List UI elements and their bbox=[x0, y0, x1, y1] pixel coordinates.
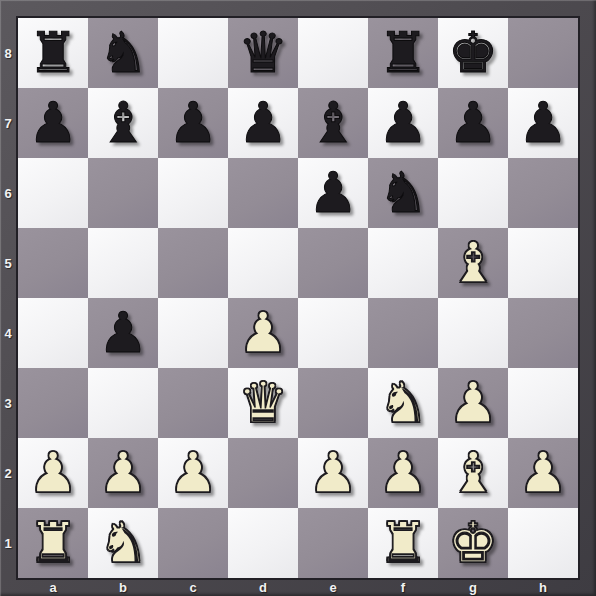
square-f1[interactable]: ♜ bbox=[368, 508, 438, 578]
square-g3[interactable]: ♟ bbox=[438, 368, 508, 438]
file-label-c: c bbox=[158, 578, 228, 596]
square-b6[interactable] bbox=[88, 158, 158, 228]
square-d4[interactable]: ♟ bbox=[228, 298, 298, 368]
piece-black-pawn[interactable]: ♟ bbox=[518, 88, 568, 158]
square-b7[interactable]: ♝ bbox=[88, 88, 158, 158]
rank-label-8: 8 bbox=[0, 18, 16, 88]
square-c2[interactable]: ♟ bbox=[158, 438, 228, 508]
square-c1[interactable] bbox=[158, 508, 228, 578]
piece-black-pawn[interactable]: ♟ bbox=[98, 298, 148, 368]
square-g4[interactable] bbox=[438, 298, 508, 368]
piece-white-bishop[interactable]: ♝ bbox=[448, 228, 498, 298]
square-a6[interactable] bbox=[18, 158, 88, 228]
square-f8[interactable]: ♜ bbox=[368, 18, 438, 88]
square-h8[interactable] bbox=[508, 18, 578, 88]
square-g1[interactable]: ♚ bbox=[438, 508, 508, 578]
square-e1[interactable] bbox=[298, 508, 368, 578]
square-h2[interactable]: ♟ bbox=[508, 438, 578, 508]
square-b2[interactable]: ♟ bbox=[88, 438, 158, 508]
square-h1[interactable] bbox=[508, 508, 578, 578]
square-a3[interactable] bbox=[18, 368, 88, 438]
piece-white-queen[interactable]: ♛ bbox=[238, 368, 288, 438]
square-d3[interactable]: ♛ bbox=[228, 368, 298, 438]
square-a7[interactable]: ♟ bbox=[18, 88, 88, 158]
file-label-b: b bbox=[88, 578, 158, 596]
piece-black-pawn[interactable]: ♟ bbox=[308, 158, 358, 228]
square-d8[interactable]: ♛ bbox=[228, 18, 298, 88]
rank-label-2: 2 bbox=[0, 438, 16, 508]
piece-black-knight[interactable]: ♞ bbox=[98, 18, 148, 88]
square-c5[interactable] bbox=[158, 228, 228, 298]
square-a1[interactable]: ♜ bbox=[18, 508, 88, 578]
piece-black-pawn[interactable]: ♟ bbox=[168, 88, 218, 158]
square-c7[interactable]: ♟ bbox=[158, 88, 228, 158]
piece-white-pawn[interactable]: ♟ bbox=[28, 438, 78, 508]
square-e2[interactable]: ♟ bbox=[298, 438, 368, 508]
file-label-g: g bbox=[438, 578, 508, 596]
rank-label-4: 4 bbox=[0, 298, 16, 368]
square-d1[interactable] bbox=[228, 508, 298, 578]
square-h4[interactable] bbox=[508, 298, 578, 368]
piece-black-king[interactable]: ♚ bbox=[448, 18, 498, 88]
square-h5[interactable] bbox=[508, 228, 578, 298]
file-label-a: a bbox=[18, 578, 88, 596]
square-b8[interactable]: ♞ bbox=[88, 18, 158, 88]
square-d7[interactable]: ♟ bbox=[228, 88, 298, 158]
piece-white-pawn[interactable]: ♟ bbox=[168, 438, 218, 508]
file-label-e: e bbox=[298, 578, 368, 596]
square-g2[interactable]: ♝ bbox=[438, 438, 508, 508]
piece-white-pawn[interactable]: ♟ bbox=[448, 368, 498, 438]
piece-white-knight[interactable]: ♞ bbox=[378, 368, 428, 438]
square-c3[interactable] bbox=[158, 368, 228, 438]
square-g8[interactable]: ♚ bbox=[438, 18, 508, 88]
square-b3[interactable] bbox=[88, 368, 158, 438]
square-d5[interactable] bbox=[228, 228, 298, 298]
piece-white-pawn[interactable]: ♟ bbox=[308, 438, 358, 508]
square-c4[interactable] bbox=[158, 298, 228, 368]
square-f7[interactable]: ♟ bbox=[368, 88, 438, 158]
rank-label-6: 6 bbox=[0, 158, 16, 228]
square-b4[interactable]: ♟ bbox=[88, 298, 158, 368]
square-f3[interactable]: ♞ bbox=[368, 368, 438, 438]
square-e6[interactable]: ♟ bbox=[298, 158, 368, 228]
piece-black-pawn[interactable]: ♟ bbox=[28, 88, 78, 158]
square-g6[interactable] bbox=[438, 158, 508, 228]
piece-black-knight[interactable]: ♞ bbox=[378, 158, 428, 228]
square-b1[interactable]: ♞ bbox=[88, 508, 158, 578]
file-label-d: d bbox=[228, 578, 298, 596]
piece-black-bishop[interactable]: ♝ bbox=[308, 88, 358, 158]
square-h6[interactable] bbox=[508, 158, 578, 228]
square-f5[interactable] bbox=[368, 228, 438, 298]
piece-white-knight[interactable]: ♞ bbox=[98, 508, 148, 578]
square-a4[interactable] bbox=[18, 298, 88, 368]
square-d2[interactable] bbox=[228, 438, 298, 508]
square-a2[interactable]: ♟ bbox=[18, 438, 88, 508]
square-h7[interactable]: ♟ bbox=[508, 88, 578, 158]
rank-labels: 87654321 bbox=[0, 18, 16, 578]
file-label-h: h bbox=[508, 578, 578, 596]
square-f4[interactable] bbox=[368, 298, 438, 368]
piece-black-bishop[interactable]: ♝ bbox=[98, 88, 148, 158]
piece-white-pawn[interactable]: ♟ bbox=[238, 298, 288, 368]
square-f2[interactable]: ♟ bbox=[368, 438, 438, 508]
square-f6[interactable]: ♞ bbox=[368, 158, 438, 228]
piece-black-queen[interactable]: ♛ bbox=[238, 18, 288, 88]
square-a8[interactable]: ♜ bbox=[18, 18, 88, 88]
square-h3[interactable] bbox=[508, 368, 578, 438]
square-e5[interactable] bbox=[298, 228, 368, 298]
square-e8[interactable] bbox=[298, 18, 368, 88]
piece-white-rook[interactable]: ♜ bbox=[378, 508, 428, 578]
square-b5[interactable] bbox=[88, 228, 158, 298]
square-a5[interactable] bbox=[18, 228, 88, 298]
piece-black-rook[interactable]: ♜ bbox=[378, 18, 428, 88]
square-e4[interactable] bbox=[298, 298, 368, 368]
file-label-f: f bbox=[368, 578, 438, 596]
square-g7[interactable]: ♟ bbox=[438, 88, 508, 158]
piece-white-pawn[interactable]: ♟ bbox=[98, 438, 148, 508]
square-e7[interactable]: ♝ bbox=[298, 88, 368, 158]
piece-black-pawn[interactable]: ♟ bbox=[238, 88, 288, 158]
piece-black-pawn[interactable]: ♟ bbox=[378, 88, 428, 158]
piece-white-pawn[interactable]: ♟ bbox=[378, 438, 428, 508]
square-e3[interactable] bbox=[298, 368, 368, 438]
file-labels: abcdefgh bbox=[18, 578, 578, 596]
rank-label-7: 7 bbox=[0, 88, 16, 158]
chessboard: ♜♞♛♜♚♟♝♟♟♝♟♟♟♟♞♝♟♟♛♞♟♟♟♟♟♟♝♟♜♞♜♚ bbox=[16, 16, 580, 580]
square-c8[interactable] bbox=[158, 18, 228, 88]
square-c6[interactable] bbox=[158, 158, 228, 228]
rank-label-5: 5 bbox=[0, 228, 16, 298]
square-d6[interactable] bbox=[228, 158, 298, 228]
rank-label-3: 3 bbox=[0, 368, 16, 438]
chessboard-frame: 87654321 abcdefgh ♜♞♛♜♚♟♝♟♟♝♟♟♟♟♞♝♟♟♛♞♟♟… bbox=[0, 0, 596, 596]
piece-black-rook[interactable]: ♜ bbox=[28, 18, 78, 88]
square-g5[interactable]: ♝ bbox=[438, 228, 508, 298]
piece-white-king[interactable]: ♚ bbox=[448, 508, 498, 578]
piece-white-rook[interactable]: ♜ bbox=[28, 508, 78, 578]
piece-white-pawn[interactable]: ♟ bbox=[518, 438, 568, 508]
piece-white-bishop[interactable]: ♝ bbox=[448, 438, 498, 508]
piece-black-pawn[interactable]: ♟ bbox=[448, 88, 498, 158]
rank-label-1: 1 bbox=[0, 508, 16, 578]
